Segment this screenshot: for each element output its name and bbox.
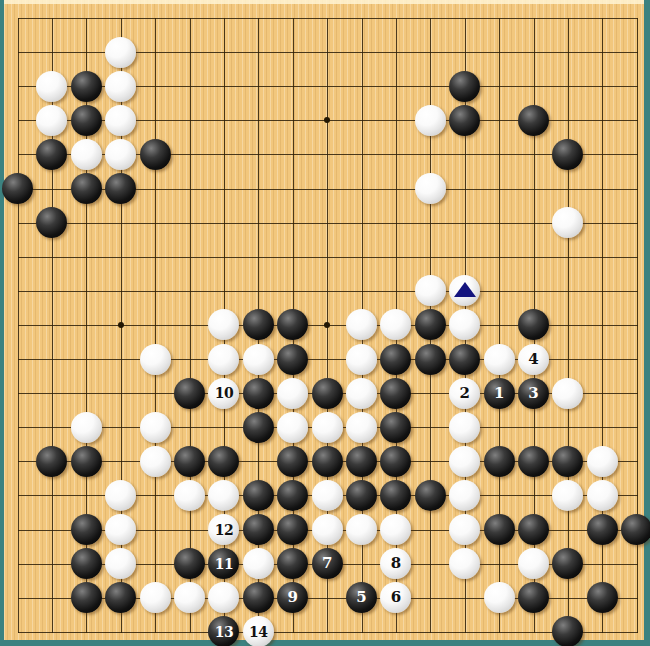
stone-black: 5 xyxy=(346,582,377,613)
stone-white: 6 xyxy=(380,582,411,613)
stone-white xyxy=(449,412,480,443)
stone-white xyxy=(105,37,136,68)
stone-white xyxy=(415,105,446,136)
stone-black xyxy=(277,309,308,340)
stone-black xyxy=(71,582,102,613)
stone-black xyxy=(552,446,583,477)
stone-white xyxy=(587,480,618,511)
stone-black xyxy=(71,446,102,477)
stone-black xyxy=(277,514,308,545)
stone-black xyxy=(36,139,67,170)
stone-black xyxy=(71,548,102,579)
go-board-window: 4102131211789561314 xyxy=(0,0,650,646)
star-point xyxy=(324,117,330,123)
stone-white xyxy=(140,344,171,375)
stone-black xyxy=(449,344,480,375)
stone-white xyxy=(174,480,205,511)
stone-black xyxy=(484,446,515,477)
move-number-label: 5 xyxy=(356,590,366,605)
stone-black xyxy=(243,378,274,409)
stone-black xyxy=(174,378,205,409)
stone-black xyxy=(380,446,411,477)
move-number-label: 9 xyxy=(287,590,297,605)
stone-black xyxy=(415,480,446,511)
stone-white xyxy=(208,480,239,511)
stone-white xyxy=(36,105,67,136)
stone-white xyxy=(105,139,136,170)
stone-white xyxy=(208,344,239,375)
star-point xyxy=(324,322,330,328)
move-number-label: 10 xyxy=(215,386,233,400)
stone-white xyxy=(518,548,549,579)
stone-white xyxy=(312,480,343,511)
stone-white xyxy=(449,309,480,340)
stone-black xyxy=(36,207,67,238)
stone-black xyxy=(346,446,377,477)
stone-white xyxy=(208,309,239,340)
stone-white xyxy=(552,480,583,511)
stone-white: 4 xyxy=(518,344,549,375)
move-number-label: 1 xyxy=(494,386,504,401)
stone-black xyxy=(621,514,650,545)
stone-white xyxy=(140,582,171,613)
stone-black xyxy=(277,480,308,511)
stone-white: 2 xyxy=(449,378,480,409)
stone-black xyxy=(140,139,171,170)
stone-white: 8 xyxy=(380,548,411,579)
stone-white xyxy=(312,514,343,545)
stone-black xyxy=(518,105,549,136)
stone-white xyxy=(484,344,515,375)
stone-black xyxy=(105,582,136,613)
stone-white: 14 xyxy=(243,616,274,646)
grid-line-vertical xyxy=(568,18,569,633)
stone-white xyxy=(346,309,377,340)
stone-black xyxy=(243,514,274,545)
stone-white xyxy=(346,514,377,545)
stone-black xyxy=(552,139,583,170)
stone-white xyxy=(449,548,480,579)
stone-white xyxy=(140,446,171,477)
stone-black: 1 xyxy=(484,378,515,409)
stone-white xyxy=(415,173,446,204)
stone-white xyxy=(415,275,446,306)
stone-black xyxy=(174,548,205,579)
stone-black xyxy=(518,446,549,477)
stone-black xyxy=(380,412,411,443)
stone-black xyxy=(71,514,102,545)
stone-white xyxy=(174,582,205,613)
stone-black xyxy=(105,173,136,204)
stone-black xyxy=(587,582,618,613)
stone-white xyxy=(449,446,480,477)
stone-black xyxy=(277,446,308,477)
stone-white xyxy=(484,582,515,613)
stone-white xyxy=(208,582,239,613)
stone-black xyxy=(243,412,274,443)
go-board[interactable]: 4102131211789561314 xyxy=(0,0,650,646)
move-number-label: 4 xyxy=(528,352,538,367)
move-number-label: 2 xyxy=(459,386,469,401)
stone-white xyxy=(380,309,411,340)
stone-white xyxy=(449,514,480,545)
stone-black xyxy=(36,446,67,477)
stone-black xyxy=(277,548,308,579)
stone-black xyxy=(71,105,102,136)
move-number-label: 8 xyxy=(391,556,401,571)
stone-white xyxy=(587,446,618,477)
stone-white xyxy=(105,514,136,545)
stone-black xyxy=(449,105,480,136)
stone-black xyxy=(277,344,308,375)
stone-white xyxy=(140,412,171,443)
stone-black xyxy=(2,173,33,204)
star-point xyxy=(118,322,124,328)
move-number-label: 13 xyxy=(215,625,233,639)
stone-white xyxy=(346,344,377,375)
stone-white xyxy=(36,71,67,102)
move-number-label: 6 xyxy=(391,590,401,605)
stone-white xyxy=(312,412,343,443)
stone-white xyxy=(277,412,308,443)
stone-white xyxy=(71,412,102,443)
move-number-label: 11 xyxy=(215,557,233,571)
stone-black xyxy=(415,344,446,375)
stone-white xyxy=(449,480,480,511)
stone-black xyxy=(518,582,549,613)
grid-line-vertical xyxy=(18,18,19,633)
stone-black xyxy=(552,616,583,646)
stone-black xyxy=(243,582,274,613)
stone-black: 13 xyxy=(208,616,239,646)
stone-white xyxy=(243,548,274,579)
stone-black xyxy=(380,378,411,409)
stone-black xyxy=(71,173,102,204)
move-number-label: 14 xyxy=(249,625,267,639)
stone-white xyxy=(380,514,411,545)
stone-white: 12 xyxy=(208,514,239,545)
stone-black: 7 xyxy=(312,548,343,579)
stone-black xyxy=(312,378,343,409)
stone-white xyxy=(105,71,136,102)
stone-black xyxy=(346,480,377,511)
stone-white xyxy=(449,275,480,306)
stone-white xyxy=(346,412,377,443)
stone-black: 9 xyxy=(277,582,308,613)
stone-white xyxy=(105,548,136,579)
stone-black xyxy=(552,548,583,579)
stone-white xyxy=(105,105,136,136)
stone-black xyxy=(243,309,274,340)
stone-black: 11 xyxy=(208,548,239,579)
stone-white xyxy=(552,207,583,238)
stone-white xyxy=(346,378,377,409)
last-move-triangle-marker xyxy=(454,282,476,297)
stone-black xyxy=(449,71,480,102)
stone-black xyxy=(208,446,239,477)
stone-black xyxy=(415,309,446,340)
stone-white: 10 xyxy=(208,378,239,409)
stone-black xyxy=(243,480,274,511)
stone-black xyxy=(518,514,549,545)
grid-line-vertical xyxy=(190,18,191,633)
stone-black xyxy=(174,446,205,477)
stone-black: 3 xyxy=(518,378,549,409)
move-number-label: 12 xyxy=(215,523,233,537)
stone-black xyxy=(587,514,618,545)
stone-black xyxy=(312,446,343,477)
stone-black xyxy=(71,71,102,102)
move-number-label: 3 xyxy=(528,386,538,401)
stone-white xyxy=(243,344,274,375)
stone-white xyxy=(105,480,136,511)
stone-black xyxy=(380,344,411,375)
stone-white xyxy=(277,378,308,409)
stone-black xyxy=(380,480,411,511)
stone-black xyxy=(484,514,515,545)
move-number-label: 7 xyxy=(322,556,332,571)
stone-white xyxy=(71,139,102,170)
grid-line-vertical xyxy=(155,18,156,633)
stone-black xyxy=(518,309,549,340)
stone-white xyxy=(552,378,583,409)
